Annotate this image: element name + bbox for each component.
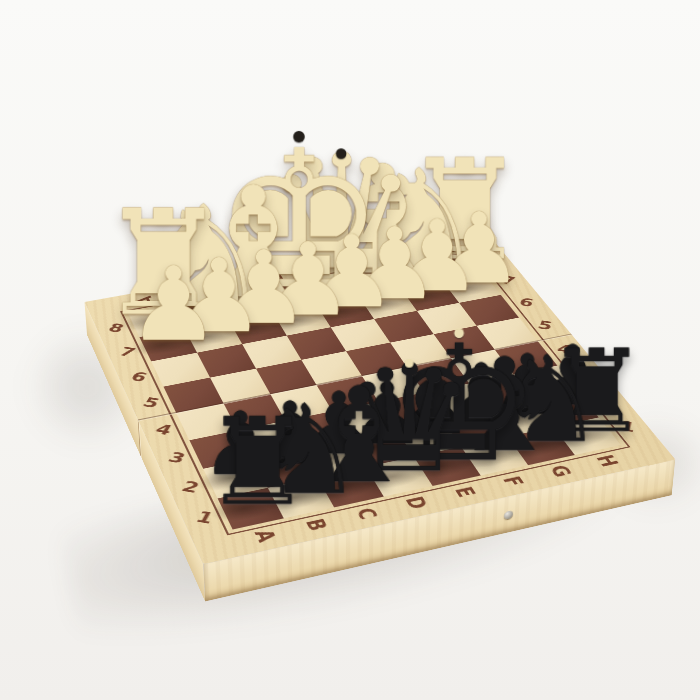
- product-photo: ABCDEFGHABCDEFGH1234567812345678♜♞♝♚♛♝♞♜…: [0, 0, 700, 700]
- file-label-near-A: A: [247, 524, 282, 548]
- piece-white-pawn-a7: ♟: [75, 253, 272, 355]
- rank-label-left-6: 6: [121, 369, 156, 386]
- screw: [504, 510, 513, 520]
- black-rook-glyph: ♜: [146, 402, 369, 522]
- white-pawn-glyph: ♟: [75, 253, 272, 355]
- scene-3d: ABCDEFGHABCDEFGH1234567812345678♜♞♝♚♛♝♞♜…: [0, 0, 700, 700]
- chess-board: ABCDEFGHABCDEFGH1234567812345678♜♞♝♚♛♝♞♜…: [85, 230, 676, 564]
- piece-black-rook-a1: ♜: [146, 402, 369, 522]
